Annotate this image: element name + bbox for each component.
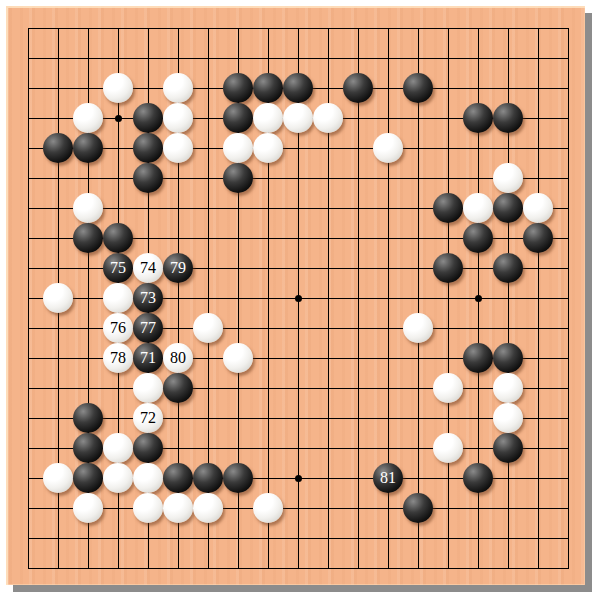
stone-white bbox=[283, 103, 313, 133]
stone-white bbox=[43, 463, 73, 493]
stone-black bbox=[133, 103, 163, 133]
stone-black bbox=[43, 133, 73, 163]
stone-black bbox=[253, 73, 283, 103]
stone-white bbox=[103, 433, 133, 463]
stone-black bbox=[103, 223, 133, 253]
stone-white bbox=[73, 103, 103, 133]
stone-white-move-72: 72 bbox=[133, 403, 163, 433]
stone-white bbox=[103, 463, 133, 493]
stone-white bbox=[433, 373, 463, 403]
stone-white bbox=[373, 133, 403, 163]
go-board[interactable]: 7574797376777871807281 bbox=[6, 6, 585, 585]
stone-black bbox=[223, 73, 253, 103]
stone-black bbox=[223, 163, 253, 193]
star-point bbox=[475, 295, 482, 302]
stone-white bbox=[223, 133, 253, 163]
stone-black bbox=[403, 493, 433, 523]
stone-white bbox=[253, 103, 283, 133]
stone-black bbox=[193, 463, 223, 493]
star-point bbox=[295, 295, 302, 302]
stone-white bbox=[163, 133, 193, 163]
stone-black bbox=[493, 343, 523, 373]
stone-white bbox=[133, 493, 163, 523]
stone-white bbox=[223, 343, 253, 373]
stone-white bbox=[403, 313, 433, 343]
stone-black-move-81: 81 bbox=[373, 463, 403, 493]
stone-black bbox=[523, 223, 553, 253]
stone-black bbox=[73, 463, 103, 493]
stone-black bbox=[463, 103, 493, 133]
stone-white bbox=[163, 73, 193, 103]
stone-black bbox=[463, 463, 493, 493]
stone-black bbox=[133, 433, 163, 463]
stone-black bbox=[73, 403, 103, 433]
stone-black-move-75: 75 bbox=[103, 253, 133, 283]
stone-black-move-79: 79 bbox=[163, 253, 193, 283]
stone-white bbox=[493, 163, 523, 193]
stone-white bbox=[493, 373, 523, 403]
stone-white bbox=[73, 193, 103, 223]
star-point bbox=[115, 115, 122, 122]
stone-black bbox=[493, 193, 523, 223]
stone-black bbox=[133, 163, 163, 193]
stone-black bbox=[463, 223, 493, 253]
stone-white bbox=[523, 193, 553, 223]
stone-black bbox=[163, 463, 193, 493]
stone-white bbox=[43, 283, 73, 313]
stone-black bbox=[463, 343, 493, 373]
stone-white-move-76: 76 bbox=[103, 313, 133, 343]
stone-black bbox=[493, 433, 523, 463]
stone-black bbox=[73, 433, 103, 463]
stone-white bbox=[193, 493, 223, 523]
stone-white bbox=[163, 103, 193, 133]
stone-black bbox=[283, 73, 313, 103]
stone-black bbox=[73, 133, 103, 163]
stone-black bbox=[133, 133, 163, 163]
star-point bbox=[295, 475, 302, 482]
stone-black-move-73: 73 bbox=[133, 283, 163, 313]
stone-white bbox=[313, 103, 343, 133]
stone-white bbox=[133, 373, 163, 403]
stone-white bbox=[463, 193, 493, 223]
stone-black bbox=[433, 193, 463, 223]
stone-black bbox=[493, 253, 523, 283]
stone-white bbox=[493, 403, 523, 433]
stone-white bbox=[133, 463, 163, 493]
stone-white bbox=[103, 283, 133, 313]
stone-black bbox=[493, 103, 523, 133]
stone-white bbox=[433, 433, 463, 463]
stone-white-move-78: 78 bbox=[103, 343, 133, 373]
stone-white bbox=[253, 493, 283, 523]
stone-white bbox=[163, 493, 193, 523]
stone-white bbox=[103, 73, 133, 103]
stone-white bbox=[73, 493, 103, 523]
stone-white-move-80: 80 bbox=[163, 343, 193, 373]
stone-white-move-74: 74 bbox=[133, 253, 163, 283]
stone-black bbox=[433, 253, 463, 283]
stone-black bbox=[223, 103, 253, 133]
stone-black bbox=[343, 73, 373, 103]
stone-black bbox=[223, 463, 253, 493]
stone-black bbox=[163, 373, 193, 403]
stone-black-move-77: 77 bbox=[133, 313, 163, 343]
stone-black-move-71: 71 bbox=[133, 343, 163, 373]
stone-black bbox=[403, 73, 433, 103]
stone-black bbox=[73, 223, 103, 253]
stone-white bbox=[193, 313, 223, 343]
stone-white bbox=[253, 133, 283, 163]
